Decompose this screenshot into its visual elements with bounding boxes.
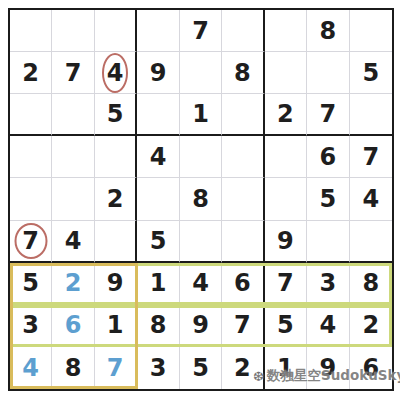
given-digit: 1 (192, 102, 209, 126)
cell-r6c1[interactable]: 7 (10, 221, 52, 263)
given-digit: 7 (234, 313, 251, 337)
given-digit: 5 (277, 313, 294, 337)
cell-r8c1[interactable]: 3 (10, 305, 52, 347)
cell-r7c8[interactable]: 3 (307, 263, 349, 305)
cell-r3c3[interactable]: 5 (95, 94, 137, 136)
given-digit: 5 (319, 187, 336, 211)
cell-r3c1[interactable] (10, 94, 52, 136)
cell-r3c2[interactable] (52, 94, 94, 136)
given-digit: 7 (362, 145, 379, 169)
given-digit: 5 (362, 61, 379, 85)
given-digit: 2 (277, 102, 294, 126)
cell-r5c5[interactable]: 8 (180, 178, 222, 220)
cell-r9c2[interactable]: 8 (52, 347, 94, 389)
cell-r5c8[interactable]: 5 (307, 178, 349, 220)
cell-r3c6[interactable] (222, 94, 264, 136)
cell-r6c5[interactable] (180, 221, 222, 263)
cell-r1c9[interactable] (350, 10, 392, 52)
cell-r3c9[interactable] (350, 94, 392, 136)
given-digit: 3 (22, 313, 39, 337)
given-digit: 3 (319, 271, 336, 295)
given-digit: 2 (22, 61, 39, 85)
cell-r1c6[interactable] (222, 10, 264, 52)
given-digit: 7 (22, 229, 39, 253)
cell-r3c8[interactable]: 7 (307, 94, 349, 136)
cell-r9c9[interactable]: 6 (350, 347, 392, 389)
cell-r8c4[interactable]: 8 (137, 305, 179, 347)
given-digit: 7 (277, 271, 294, 295)
cell-r2c7[interactable] (265, 52, 307, 94)
given-digit: 6 (362, 356, 379, 380)
cell-r7c3[interactable]: 9 (95, 263, 137, 305)
cell-r9c3[interactable]: 7 (95, 347, 137, 389)
cell-r1c8[interactable]: 8 (307, 10, 349, 52)
given-digit: 9 (192, 313, 209, 337)
cell-r5c4[interactable] (137, 178, 179, 220)
given-digit: 4 (150, 145, 167, 169)
cell-r9c8[interactable]: 9 (307, 347, 349, 389)
cell-r4c3[interactable] (95, 136, 137, 178)
cell-r8c3[interactable]: 1 (95, 305, 137, 347)
cell-r2c8[interactable] (307, 52, 349, 94)
given-digit: 2 (362, 313, 379, 337)
given-digit: 8 (362, 271, 379, 295)
cell-r4c4[interactable]: 4 (137, 136, 179, 178)
given-digit: 8 (234, 61, 251, 85)
cell-r2c9[interactable]: 5 (350, 52, 392, 94)
given-digit: 2 (107, 187, 124, 211)
given-digit: 4 (107, 61, 124, 85)
given-digit: 7 (319, 102, 336, 126)
given-digit: 5 (192, 356, 209, 380)
cell-r6c4[interactable]: 5 (137, 221, 179, 263)
cell-r6c8[interactable] (307, 221, 349, 263)
given-digit: 9 (107, 271, 124, 295)
cell-r1c7[interactable] (265, 10, 307, 52)
cell-r4c6[interactable] (222, 136, 264, 178)
given-digit: 1 (277, 356, 294, 380)
given-digit: 4 (192, 271, 209, 295)
solved-digit: 7 (107, 356, 124, 380)
given-digit: 4 (65, 229, 82, 253)
cell-r5c9[interactable]: 4 (350, 178, 392, 220)
cell-r2c6[interactable]: 8 (222, 52, 264, 94)
sudoku-board: 7827498551274672854745952914673836189754… (8, 8, 394, 391)
given-digit: 7 (192, 19, 209, 43)
sudoku-screenshot: 7827498551274672854745952914673836189754… (0, 0, 400, 400)
cell-r4c5[interactable] (180, 136, 222, 178)
given-digit: 4 (362, 187, 379, 211)
cell-r9c1[interactable]: 4 (10, 347, 52, 389)
cell-r6c6[interactable] (222, 221, 264, 263)
cell-r7c9[interactable]: 8 (350, 263, 392, 305)
cell-r3c4[interactable] (137, 94, 179, 136)
cell-r8c6[interactable]: 7 (222, 305, 264, 347)
cell-r8c9[interactable]: 2 (350, 305, 392, 347)
cell-r9c4[interactable]: 3 (137, 347, 179, 389)
given-digit: 9 (319, 356, 336, 380)
given-digit: 6 (319, 145, 336, 169)
cell-r8c2[interactable]: 6 (52, 305, 94, 347)
given-digit: 5 (150, 229, 167, 253)
cell-r7c6[interactable]: 6 (222, 263, 264, 305)
cell-r5c6[interactable] (222, 178, 264, 220)
cell-r1c2[interactable] (52, 10, 94, 52)
cell-r8c5[interactable]: 9 (180, 305, 222, 347)
given-digit: 6 (234, 271, 251, 295)
cell-r4c7[interactable] (265, 136, 307, 178)
cell-r8c7[interactable]: 5 (265, 305, 307, 347)
given-digit: 9 (150, 61, 167, 85)
solved-digit: 2 (65, 271, 82, 295)
given-digit: 7 (65, 61, 82, 85)
solved-digit: 4 (22, 356, 39, 380)
given-digit: 4 (319, 313, 336, 337)
cell-r5c7[interactable] (265, 178, 307, 220)
given-digit: 2 (234, 356, 251, 380)
cell-r4c2[interactable] (52, 136, 94, 178)
cell-r3c5[interactable]: 1 (180, 94, 222, 136)
cell-r5c2[interactable] (52, 178, 94, 220)
given-digit: 8 (150, 313, 167, 337)
cell-r5c3[interactable]: 2 (95, 178, 137, 220)
cell-r9c5[interactable]: 5 (180, 347, 222, 389)
cell-r6c3[interactable] (95, 221, 137, 263)
cell-r2c2[interactable]: 7 (52, 52, 94, 94)
cell-r2c3[interactable]: 4 (95, 52, 137, 94)
cell-r7c1[interactable]: 5 (10, 263, 52, 305)
cell-r4c1[interactable] (10, 136, 52, 178)
given-digit: 1 (107, 313, 124, 337)
cell-r9c6[interactable]: 2 (222, 347, 264, 389)
given-digit: 8 (319, 19, 336, 43)
cell-r6c2[interactable]: 4 (52, 221, 94, 263)
cell-r2c1[interactable]: 2 (10, 52, 52, 94)
given-digit: 5 (22, 271, 39, 295)
cell-r7c4[interactable]: 1 (137, 263, 179, 305)
cell-r5c1[interactable] (10, 178, 52, 220)
cell-r1c3[interactable] (95, 10, 137, 52)
cell-r7c5[interactable]: 4 (180, 263, 222, 305)
cell-r3c7[interactable]: 2 (265, 94, 307, 136)
given-digit: 8 (65, 356, 82, 380)
solved-digit: 6 (65, 313, 82, 337)
given-digit: 8 (192, 187, 209, 211)
given-digit: 1 (150, 271, 167, 295)
cell-r4c8[interactable]: 6 (307, 136, 349, 178)
cell-r4c9[interactable]: 7 (350, 136, 392, 178)
cell-r7c7[interactable]: 7 (265, 263, 307, 305)
cell-r6c7[interactable]: 9 (265, 221, 307, 263)
cell-r6c9[interactable] (350, 221, 392, 263)
cell-r9c7[interactable]: 1 (265, 347, 307, 389)
cell-r2c5[interactable] (180, 52, 222, 94)
cell-r7c2[interactable]: 2 (52, 263, 94, 305)
given-digit: 5 (107, 102, 124, 126)
cell-r1c4[interactable] (137, 10, 179, 52)
cell-r1c5[interactable]: 7 (180, 10, 222, 52)
cell-r8c8[interactable]: 4 (307, 305, 349, 347)
cell-r1c1[interactable] (10, 10, 52, 52)
given-digit: 3 (150, 356, 167, 380)
given-digit: 9 (277, 229, 294, 253)
cell-r2c4[interactable]: 9 (137, 52, 179, 94)
